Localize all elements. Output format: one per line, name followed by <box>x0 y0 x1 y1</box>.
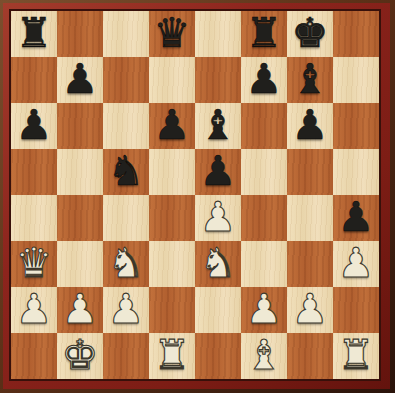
square-h6[interactable] <box>333 103 379 149</box>
black-pawn[interactable]: ♟ <box>149 103 195 149</box>
square-h7[interactable] <box>333 57 379 103</box>
black-pawn[interactable]: ♟ <box>57 57 103 103</box>
white-pawn[interactable]: ♟ <box>11 287 57 333</box>
square-f2[interactable]: ♟ <box>241 287 287 333</box>
square-c2[interactable]: ♟ <box>103 287 149 333</box>
square-c1[interactable] <box>103 333 149 379</box>
black-rook[interactable]: ♜ <box>241 11 287 57</box>
square-h3[interactable]: ♟ <box>333 241 379 287</box>
square-e1[interactable] <box>195 333 241 379</box>
square-d5[interactable] <box>149 149 195 195</box>
square-e3[interactable]: ♞ <box>195 241 241 287</box>
white-knight[interactable]: ♞ <box>195 241 241 287</box>
square-d3[interactable] <box>149 241 195 287</box>
black-pawn[interactable]: ♟ <box>11 103 57 149</box>
square-h4[interactable]: ♟ <box>333 195 379 241</box>
black-king[interactable]: ♚ <box>287 11 333 57</box>
square-g1[interactable] <box>287 333 333 379</box>
square-g5[interactable] <box>287 149 333 195</box>
white-rook[interactable]: ♜ <box>149 333 195 379</box>
square-g8[interactable]: ♚ <box>287 11 333 57</box>
square-f7[interactable]: ♟ <box>241 57 287 103</box>
square-d7[interactable] <box>149 57 195 103</box>
square-b8[interactable] <box>57 11 103 57</box>
square-g6[interactable]: ♟ <box>287 103 333 149</box>
black-pawn[interactable]: ♟ <box>195 149 241 195</box>
square-b7[interactable]: ♟ <box>57 57 103 103</box>
square-e4[interactable]: ♟ <box>195 195 241 241</box>
square-e5[interactable]: ♟ <box>195 149 241 195</box>
white-king[interactable]: ♚ <box>57 333 103 379</box>
square-a1[interactable] <box>11 333 57 379</box>
white-queen[interactable]: ♛ <box>11 241 57 287</box>
square-h5[interactable] <box>333 149 379 195</box>
square-c7[interactable] <box>103 57 149 103</box>
black-knight[interactable]: ♞ <box>103 149 149 195</box>
square-a8[interactable]: ♜ <box>11 11 57 57</box>
square-f3[interactable] <box>241 241 287 287</box>
square-h2[interactable] <box>333 287 379 333</box>
square-f4[interactable] <box>241 195 287 241</box>
chess-board: ♜♛♜♚♟♟♝♟♟♝♟♞♟♟♟♛♞♞♟♟♟♟♟♟♚♜♝♜ <box>11 11 379 379</box>
square-b2[interactable]: ♟ <box>57 287 103 333</box>
chess-app-window: ♜♛♜♚♟♟♝♟♟♝♟♞♟♟♟♛♞♞♟♟♟♟♟♟♚♜♝♜ <box>0 0 395 393</box>
square-b1[interactable]: ♚ <box>57 333 103 379</box>
square-f6[interactable] <box>241 103 287 149</box>
square-c6[interactable] <box>103 103 149 149</box>
square-e7[interactable] <box>195 57 241 103</box>
square-f5[interactable] <box>241 149 287 195</box>
square-g4[interactable] <box>287 195 333 241</box>
square-f8[interactable]: ♜ <box>241 11 287 57</box>
square-b5[interactable] <box>57 149 103 195</box>
square-c5[interactable]: ♞ <box>103 149 149 195</box>
white-pawn[interactable]: ♟ <box>333 241 379 287</box>
white-knight[interactable]: ♞ <box>103 241 149 287</box>
square-b4[interactable] <box>57 195 103 241</box>
square-g2[interactable]: ♟ <box>287 287 333 333</box>
square-d8[interactable]: ♛ <box>149 11 195 57</box>
square-g7[interactable]: ♝ <box>287 57 333 103</box>
square-c3[interactable]: ♞ <box>103 241 149 287</box>
square-e6[interactable]: ♝ <box>195 103 241 149</box>
square-a2[interactable]: ♟ <box>11 287 57 333</box>
square-e2[interactable] <box>195 287 241 333</box>
square-a5[interactable] <box>11 149 57 195</box>
white-pawn[interactable]: ♟ <box>57 287 103 333</box>
square-b3[interactable] <box>57 241 103 287</box>
black-pawn[interactable]: ♟ <box>333 195 379 241</box>
black-bishop[interactable]: ♝ <box>287 57 333 103</box>
square-a4[interactable] <box>11 195 57 241</box>
square-c8[interactable] <box>103 11 149 57</box>
square-a3[interactable]: ♛ <box>11 241 57 287</box>
square-b6[interactable] <box>57 103 103 149</box>
black-pawn[interactable]: ♟ <box>241 57 287 103</box>
white-bishop[interactable]: ♝ <box>241 333 287 379</box>
square-f1[interactable]: ♝ <box>241 333 287 379</box>
white-pawn[interactable]: ♟ <box>241 287 287 333</box>
black-rook[interactable]: ♜ <box>11 11 57 57</box>
square-d2[interactable] <box>149 287 195 333</box>
square-g3[interactable] <box>287 241 333 287</box>
square-a6[interactable]: ♟ <box>11 103 57 149</box>
square-a7[interactable] <box>11 57 57 103</box>
white-rook[interactable]: ♜ <box>333 333 379 379</box>
black-pawn[interactable]: ♟ <box>287 103 333 149</box>
square-e8[interactable] <box>195 11 241 57</box>
square-d4[interactable] <box>149 195 195 241</box>
white-pawn[interactable]: ♟ <box>195 195 241 241</box>
white-pawn[interactable]: ♟ <box>287 287 333 333</box>
black-bishop[interactable]: ♝ <box>195 103 241 149</box>
white-pawn[interactable]: ♟ <box>103 287 149 333</box>
square-h1[interactable]: ♜ <box>333 333 379 379</box>
square-d1[interactable]: ♜ <box>149 333 195 379</box>
black-queen[interactable]: ♛ <box>149 11 195 57</box>
square-h8[interactable] <box>333 11 379 57</box>
square-d6[interactable]: ♟ <box>149 103 195 149</box>
square-c4[interactable] <box>103 195 149 241</box>
